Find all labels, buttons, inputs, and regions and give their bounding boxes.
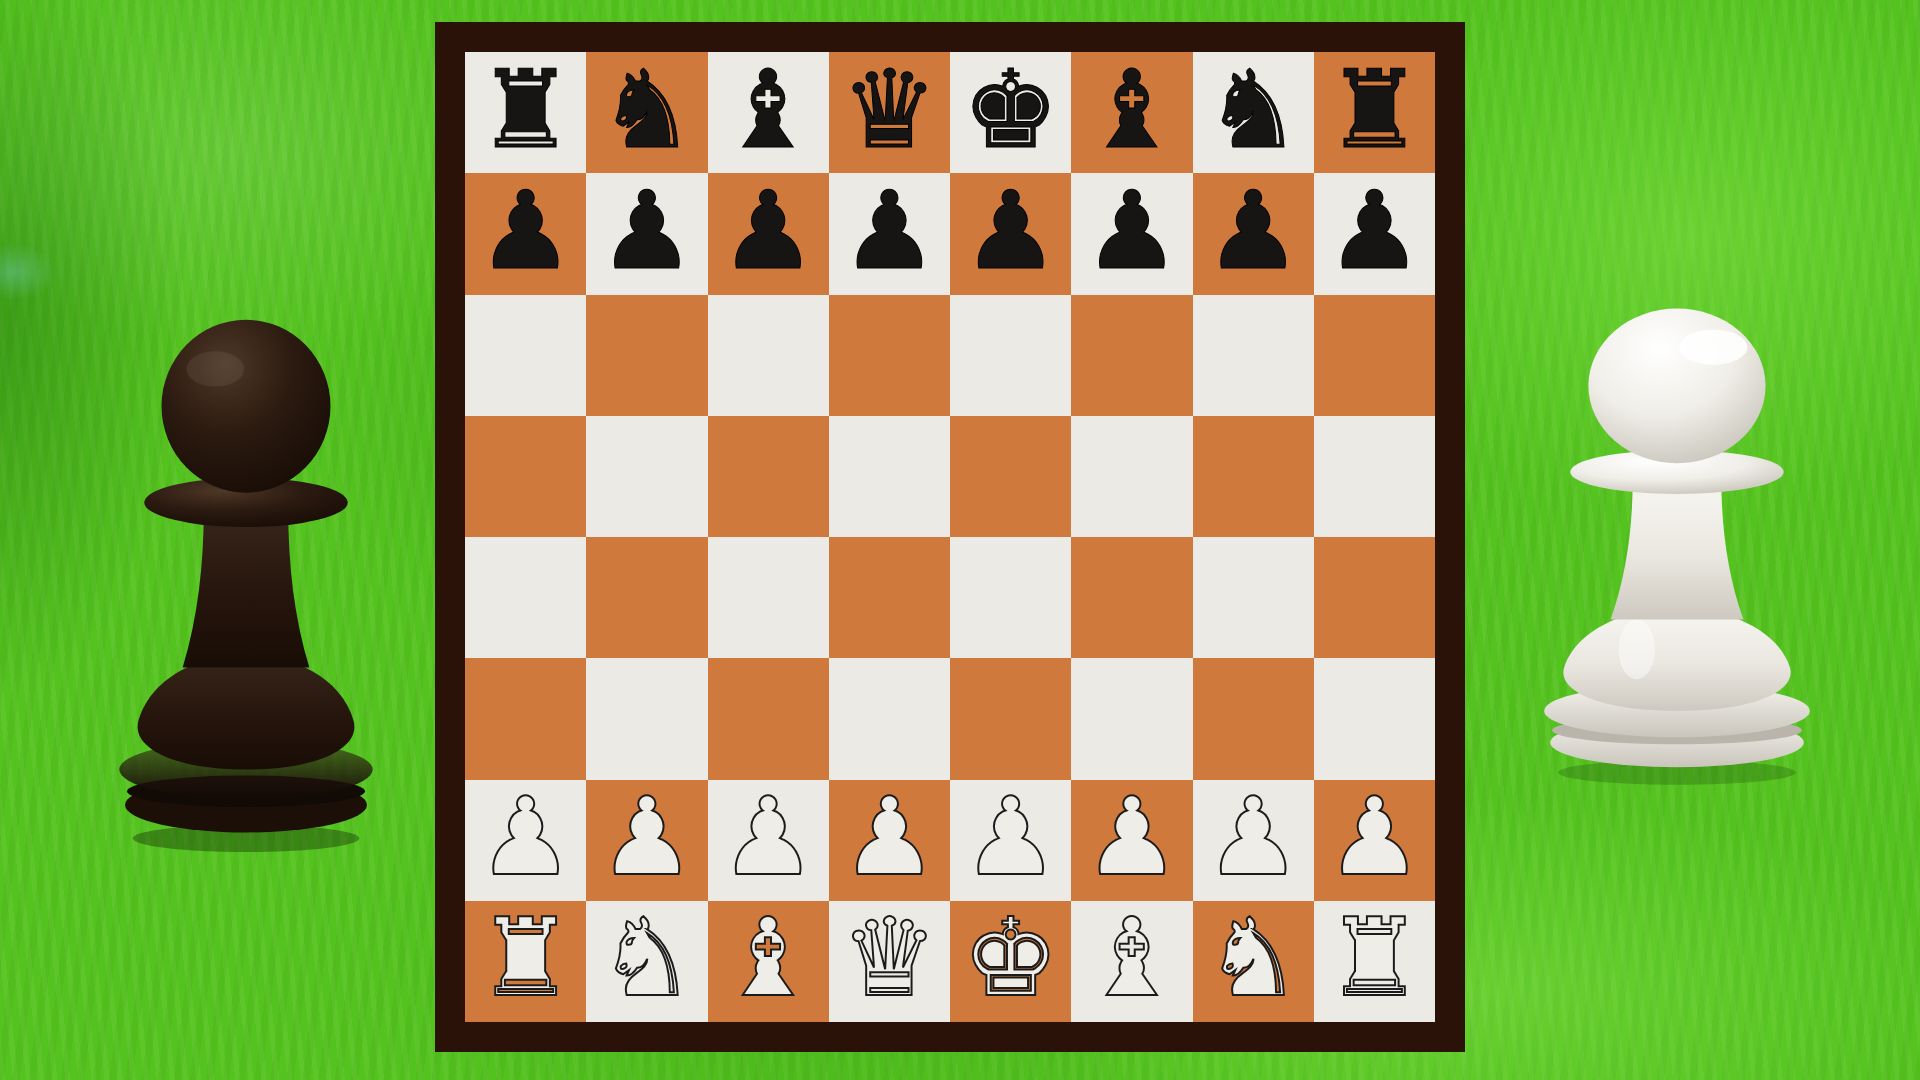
square-e3[interactable] (950, 658, 1071, 779)
square-f7[interactable]: ♟ (1071, 173, 1192, 294)
square-d1[interactable]: ♛ (829, 901, 950, 1022)
square-a7[interactable]: ♟ (465, 173, 586, 294)
square-d2[interactable]: ♟ (829, 780, 950, 901)
square-e5[interactable] (950, 416, 1071, 537)
square-f1[interactable]: ♝ (1071, 901, 1192, 1022)
chess-board-grid: ♜♞♝♛♚♝♞♜♟♟♟♟♟♟♟♟♟♟♟♟♟♟♟♟♜♞♝♛♚♝♞♜ (465, 52, 1435, 1022)
piece-white-pawn[interactable]: ♟ (841, 783, 938, 891)
square-d4[interactable] (829, 537, 950, 658)
square-d3[interactable] (829, 658, 950, 779)
square-b8[interactable]: ♞ (586, 52, 707, 173)
white-3d-pawn (1526, 298, 1828, 790)
square-c3[interactable] (708, 658, 829, 779)
square-f4[interactable] (1071, 537, 1192, 658)
piece-white-bishop[interactable]: ♝ (720, 904, 817, 1012)
square-b4[interactable] (586, 537, 707, 658)
square-b7[interactable]: ♟ (586, 173, 707, 294)
piece-black-pawn[interactable]: ♟ (1083, 177, 1180, 285)
piece-white-pawn[interactable]: ♟ (720, 783, 817, 891)
square-f2[interactable]: ♟ (1071, 780, 1192, 901)
square-c1[interactable]: ♝ (708, 901, 829, 1022)
square-f6[interactable] (1071, 295, 1192, 416)
square-c7[interactable]: ♟ (708, 173, 829, 294)
square-d5[interactable] (829, 416, 950, 537)
square-h4[interactable] (1314, 537, 1435, 658)
square-h2[interactable]: ♟ (1314, 780, 1435, 901)
black-3d-pawn-graphic (102, 308, 390, 858)
square-g7[interactable]: ♟ (1193, 173, 1314, 294)
square-e4[interactable] (950, 537, 1071, 658)
piece-white-rook[interactable]: ♜ (1326, 904, 1423, 1012)
square-e1[interactable]: ♚ (950, 901, 1071, 1022)
square-c5[interactable] (708, 416, 829, 537)
square-g3[interactable] (1193, 658, 1314, 779)
square-h8[interactable]: ♜ (1314, 52, 1435, 173)
square-f8[interactable]: ♝ (1071, 52, 1192, 173)
square-a1[interactable]: ♜ (465, 901, 586, 1022)
square-b6[interactable] (586, 295, 707, 416)
square-g6[interactable] (1193, 295, 1314, 416)
square-a3[interactable] (465, 658, 586, 779)
square-g1[interactable]: ♞ (1193, 901, 1314, 1022)
piece-black-knight[interactable]: ♞ (1205, 56, 1302, 164)
square-b5[interactable] (586, 416, 707, 537)
square-g4[interactable] (1193, 537, 1314, 658)
piece-black-pawn[interactable]: ♟ (841, 177, 938, 285)
piece-white-knight[interactable]: ♞ (1205, 904, 1302, 1012)
piece-white-pawn[interactable]: ♟ (962, 783, 1059, 891)
piece-white-pawn[interactable]: ♟ (1083, 783, 1180, 891)
square-f5[interactable] (1071, 416, 1192, 537)
piece-black-pawn[interactable]: ♟ (1326, 177, 1423, 285)
grass-background: ♜♞♝♛♚♝♞♜♟♟♟♟♟♟♟♟♟♟♟♟♟♟♟♟♜♞♝♛♚♝♞♜ (0, 0, 1920, 1080)
square-b3[interactable] (586, 658, 707, 779)
piece-white-rook[interactable]: ♜ (477, 904, 574, 1012)
piece-black-pawn[interactable]: ♟ (720, 177, 817, 285)
piece-black-pawn[interactable]: ♟ (598, 177, 695, 285)
square-g2[interactable]: ♟ (1193, 780, 1314, 901)
chess-board: ♜♞♝♛♚♝♞♜♟♟♟♟♟♟♟♟♟♟♟♟♟♟♟♟♜♞♝♛♚♝♞♜ (435, 22, 1465, 1052)
piece-black-rook[interactable]: ♜ (477, 56, 574, 164)
black-3d-pawn (102, 308, 390, 858)
square-g5[interactable] (1193, 416, 1314, 537)
piece-black-pawn[interactable]: ♟ (477, 177, 574, 285)
piece-white-pawn[interactable]: ♟ (1205, 783, 1302, 891)
square-h7[interactable]: ♟ (1314, 173, 1435, 294)
piece-black-pawn[interactable]: ♟ (962, 177, 1059, 285)
piece-white-king[interactable]: ♚ (962, 904, 1059, 1012)
square-f3[interactable] (1071, 658, 1192, 779)
piece-white-pawn[interactable]: ♟ (1326, 783, 1423, 891)
piece-black-knight[interactable]: ♞ (598, 56, 695, 164)
square-d7[interactable]: ♟ (829, 173, 950, 294)
square-h5[interactable] (1314, 416, 1435, 537)
square-h3[interactable] (1314, 658, 1435, 779)
square-e7[interactable]: ♟ (950, 173, 1071, 294)
piece-white-pawn[interactable]: ♟ (477, 783, 574, 891)
piece-white-pawn[interactable]: ♟ (598, 783, 695, 891)
square-d8[interactable]: ♛ (829, 52, 950, 173)
white-3d-pawn-graphic (1526, 298, 1828, 790)
square-c2[interactable]: ♟ (708, 780, 829, 901)
square-a4[interactable] (465, 537, 586, 658)
square-c4[interactable] (708, 537, 829, 658)
piece-black-pawn[interactable]: ♟ (1205, 177, 1302, 285)
square-a2[interactable]: ♟ (465, 780, 586, 901)
square-c6[interactable] (708, 295, 829, 416)
square-c8[interactable]: ♝ (708, 52, 829, 173)
square-a5[interactable] (465, 416, 586, 537)
square-a6[interactable] (465, 295, 586, 416)
square-d6[interactable] (829, 295, 950, 416)
piece-black-king[interactable]: ♚ (962, 56, 1059, 164)
square-e6[interactable] (950, 295, 1071, 416)
piece-black-queen[interactable]: ♛ (841, 56, 938, 164)
piece-white-bishop[interactable]: ♝ (1083, 904, 1180, 1012)
square-h1[interactable]: ♜ (1314, 901, 1435, 1022)
square-a8[interactable]: ♜ (465, 52, 586, 173)
square-e2[interactable]: ♟ (950, 780, 1071, 901)
piece-white-queen[interactable]: ♛ (841, 904, 938, 1012)
square-b1[interactable]: ♞ (586, 901, 707, 1022)
square-h6[interactable] (1314, 295, 1435, 416)
piece-black-bishop[interactable]: ♝ (720, 56, 817, 164)
square-g8[interactable]: ♞ (1193, 52, 1314, 173)
piece-black-bishop[interactable]: ♝ (1083, 56, 1180, 164)
piece-black-rook[interactable]: ♜ (1326, 56, 1423, 164)
piece-white-knight[interactable]: ♞ (598, 904, 695, 1012)
square-b2[interactable]: ♟ (586, 780, 707, 901)
square-e8[interactable]: ♚ (950, 52, 1071, 173)
